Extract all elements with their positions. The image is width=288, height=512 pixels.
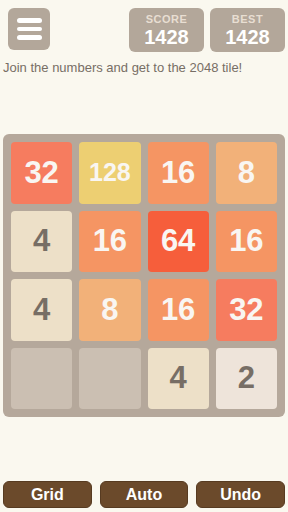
tile-16-r3c3: 16 <box>148 279 209 341</box>
tile-128-r1c2: 128 <box>79 142 140 204</box>
hamburger-icon <box>17 27 42 32</box>
menu-button[interactable] <box>8 8 50 50</box>
tile-16-r1c3: 16 <box>148 142 209 204</box>
tile-16-r2c2: 16 <box>79 211 140 273</box>
tile-16-r2c4: 16 <box>216 211 277 273</box>
footer-toolbar: Grid Auto Undo <box>3 481 285 508</box>
grid-button[interactable]: Grid <box>3 481 92 508</box>
game-board[interactable]: 32128168416641648163242 <box>3 134 285 417</box>
auto-button[interactable]: Auto <box>100 481 189 508</box>
tile-4-r3c1: 4 <box>11 279 72 341</box>
tile-32-r1c1: 32 <box>11 142 72 204</box>
header: SCORE 1428 BEST 1428 <box>0 0 288 52</box>
score-panel: SCORE 1428 BEST 1428 <box>129 8 285 52</box>
hamburger-icon <box>17 35 42 40</box>
empty-cell-r4c2 <box>79 348 140 410</box>
best-label: BEST <box>232 13 263 26</box>
tile-8-r3c2: 8 <box>79 279 140 341</box>
hamburger-icon <box>17 18 42 23</box>
tile-4-r4c3: 4 <box>148 348 209 410</box>
best-value: 1428 <box>225 26 270 48</box>
undo-button[interactable]: Undo <box>196 481 285 508</box>
score-label: SCORE <box>146 13 188 26</box>
game-subtitle: Join the numbers and get to the 2048 til… <box>3 60 285 76</box>
tile-2-r4c4: 2 <box>216 348 277 410</box>
tile-64-r2c3: 64 <box>148 211 209 273</box>
app-root: SCORE 1428 BEST 1428 Join the numbers an… <box>0 0 288 512</box>
score-box: SCORE 1428 <box>129 8 204 52</box>
tile-8-r1c4: 8 <box>216 142 277 204</box>
tile-32-r3c4: 32 <box>216 279 277 341</box>
tile-4-r2c1: 4 <box>11 211 72 273</box>
best-box: BEST 1428 <box>210 8 285 52</box>
score-value: 1428 <box>144 26 189 48</box>
empty-cell-r4c1 <box>11 348 72 410</box>
